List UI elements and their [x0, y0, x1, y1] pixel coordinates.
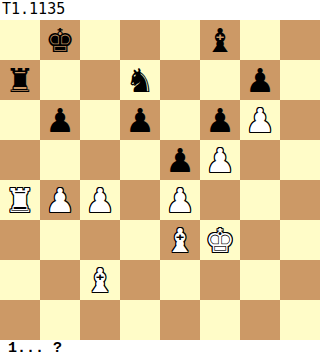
move-prompt: 1... ?	[0, 340, 320, 360]
piece-black-pawn: ♟	[160, 140, 200, 180]
square-h1[interactable]	[280, 300, 320, 340]
square-c3[interactable]	[80, 220, 120, 260]
square-c6[interactable]	[80, 100, 120, 140]
square-g1[interactable]	[240, 300, 280, 340]
square-g2[interactable]	[240, 260, 280, 300]
square-a1[interactable]	[0, 300, 40, 340]
square-g8[interactable]	[240, 20, 280, 60]
piece-white-bishop: ♝	[160, 220, 200, 260]
square-c8[interactable]	[80, 20, 120, 60]
square-f1[interactable]	[200, 300, 240, 340]
square-e7[interactable]	[160, 60, 200, 100]
square-b6[interactable]: ♟	[40, 100, 80, 140]
square-a3[interactable]	[0, 220, 40, 260]
square-b4[interactable]: ♟	[40, 180, 80, 220]
square-a6[interactable]	[0, 100, 40, 140]
square-h3[interactable]	[280, 220, 320, 260]
square-d3[interactable]	[120, 220, 160, 260]
square-c1[interactable]	[80, 300, 120, 340]
square-f5[interactable]: ♟	[200, 140, 240, 180]
square-f3[interactable]: ♚	[200, 220, 240, 260]
square-f6[interactable]: ♟	[200, 100, 240, 140]
piece-black-knight: ♞	[120, 60, 160, 100]
piece-white-pawn: ♟	[80, 180, 120, 220]
square-a8[interactable]	[0, 20, 40, 60]
square-h7[interactable]	[280, 60, 320, 100]
square-e1[interactable]	[160, 300, 200, 340]
piece-black-pawn: ♟	[200, 100, 240, 140]
piece-black-bishop: ♝	[200, 20, 240, 60]
square-e6[interactable]	[160, 100, 200, 140]
square-a7[interactable]: ♜	[0, 60, 40, 100]
square-h5[interactable]	[280, 140, 320, 180]
square-c4[interactable]: ♟	[80, 180, 120, 220]
square-b1[interactable]	[40, 300, 80, 340]
square-b7[interactable]	[40, 60, 80, 100]
square-g7[interactable]: ♟	[240, 60, 280, 100]
square-e5[interactable]: ♟	[160, 140, 200, 180]
square-e3[interactable]: ♝	[160, 220, 200, 260]
piece-white-bishop: ♝	[80, 260, 120, 300]
square-g4[interactable]	[240, 180, 280, 220]
square-b3[interactable]	[40, 220, 80, 260]
square-e4[interactable]: ♟	[160, 180, 200, 220]
square-h2[interactable]	[280, 260, 320, 300]
piece-white-pawn: ♟	[160, 180, 200, 220]
square-e8[interactable]	[160, 20, 200, 60]
square-h8[interactable]	[280, 20, 320, 60]
square-e2[interactable]	[160, 260, 200, 300]
square-f2[interactable]	[200, 260, 240, 300]
square-d7[interactable]: ♞	[120, 60, 160, 100]
square-f4[interactable]	[200, 180, 240, 220]
square-d2[interactable]	[120, 260, 160, 300]
square-a5[interactable]	[0, 140, 40, 180]
piece-black-pawn: ♟	[120, 100, 160, 140]
square-a2[interactable]	[0, 260, 40, 300]
square-d5[interactable]	[120, 140, 160, 180]
square-a4[interactable]: ♜	[0, 180, 40, 220]
piece-white-pawn: ♟	[200, 140, 240, 180]
square-c2[interactable]: ♝	[80, 260, 120, 300]
piece-white-pawn: ♟	[40, 180, 80, 220]
square-d1[interactable]	[120, 300, 160, 340]
square-d8[interactable]	[120, 20, 160, 60]
piece-black-pawn: ♟	[240, 60, 280, 100]
square-b5[interactable]	[40, 140, 80, 180]
square-d6[interactable]: ♟	[120, 100, 160, 140]
piece-black-king: ♚	[40, 20, 80, 60]
puzzle-id: T1.1135	[0, 0, 320, 20]
square-g5[interactable]	[240, 140, 280, 180]
square-g6[interactable]: ♟	[240, 100, 280, 140]
chess-board: ♚♝♜♞♟♟♟♟♟♟♟♜♟♟♟♝♚♝	[0, 20, 320, 340]
square-h6[interactable]	[280, 100, 320, 140]
square-b2[interactable]	[40, 260, 80, 300]
square-c7[interactable]	[80, 60, 120, 100]
square-b8[interactable]: ♚	[40, 20, 80, 60]
piece-white-king: ♚	[200, 220, 240, 260]
square-c5[interactable]	[80, 140, 120, 180]
square-h4[interactable]	[280, 180, 320, 220]
square-f8[interactable]: ♝	[200, 20, 240, 60]
square-d4[interactable]	[120, 180, 160, 220]
square-g3[interactable]	[240, 220, 280, 260]
piece-black-rook: ♜	[0, 60, 40, 100]
piece-black-pawn: ♟	[40, 100, 80, 140]
square-f7[interactable]	[200, 60, 240, 100]
piece-white-pawn: ♟	[240, 100, 280, 140]
piece-white-rook: ♜	[0, 180, 40, 220]
